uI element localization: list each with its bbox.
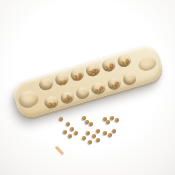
loose-seed bbox=[92, 134, 96, 138]
pit-front-2[interactable] bbox=[59, 90, 75, 105]
seed bbox=[125, 59, 129, 63]
pit-front-6[interactable] bbox=[121, 71, 137, 86]
seed bbox=[52, 102, 56, 106]
loose-seed bbox=[88, 140, 92, 144]
pit-front-4[interactable] bbox=[90, 80, 106, 95]
seed bbox=[99, 86, 103, 90]
pit-back-4[interactable] bbox=[85, 63, 101, 78]
loose-seed bbox=[68, 134, 72, 138]
loose-seed bbox=[74, 131, 78, 135]
loose-seed bbox=[82, 136, 86, 140]
loose-seed bbox=[63, 130, 67, 134]
photo-scene bbox=[0, 0, 175, 175]
pit-back-6[interactable] bbox=[116, 53, 132, 68]
pit-back-3[interactable] bbox=[69, 67, 85, 82]
right-store-pit[interactable] bbox=[137, 55, 158, 73]
seed bbox=[115, 81, 119, 85]
loose-seed bbox=[70, 127, 74, 131]
loose-seed bbox=[66, 122, 70, 126]
pit-front-1[interactable] bbox=[43, 94, 59, 109]
stray-seed bbox=[55, 145, 65, 155]
loose-seed bbox=[112, 129, 116, 133]
pit-front-5[interactable] bbox=[106, 76, 122, 91]
pit-back-1[interactable] bbox=[38, 77, 54, 92]
loose-seed bbox=[59, 117, 63, 121]
loose-seed bbox=[110, 116, 114, 120]
left-store-pit[interactable] bbox=[17, 88, 41, 110]
loose-seed bbox=[86, 131, 90, 135]
loose-seed bbox=[106, 120, 110, 124]
loose-seed bbox=[96, 138, 100, 142]
mancala-board bbox=[11, 42, 165, 120]
seed bbox=[62, 80, 66, 84]
pit-back-2[interactable] bbox=[54, 72, 70, 87]
loose-seed bbox=[115, 118, 119, 122]
pit-front-3[interactable] bbox=[75, 85, 91, 100]
loose-seed bbox=[103, 131, 107, 135]
seed bbox=[78, 73, 82, 77]
pit-back-5[interactable] bbox=[101, 58, 117, 73]
seed bbox=[109, 64, 113, 68]
loose-seed bbox=[108, 133, 112, 137]
loose-seed bbox=[96, 129, 100, 133]
loose-seed bbox=[89, 122, 93, 126]
